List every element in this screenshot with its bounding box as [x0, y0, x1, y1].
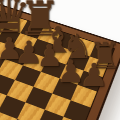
chess-set-photo: ♛♜♝♞♜♟♟♟♟♟ — [0, 0, 120, 120]
chess-piece-pawn: ♟ — [80, 59, 109, 91]
